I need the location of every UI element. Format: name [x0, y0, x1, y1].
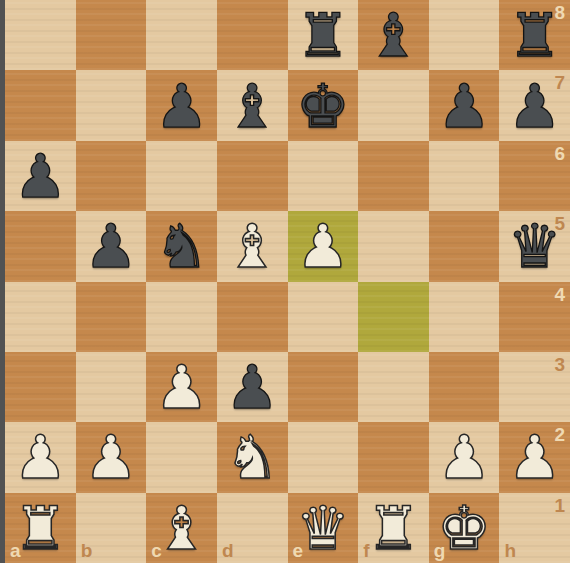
square-g1[interactable]: g♚ — [429, 493, 500, 563]
square-h2[interactable]: 2♟ — [499, 422, 570, 492]
file-label-h: h — [504, 541, 516, 560]
square-d6[interactable] — [217, 141, 288, 211]
rank-label-3: 3 — [554, 355, 565, 374]
rank-label-4: 4 — [554, 285, 565, 304]
square-e7[interactable]: ♚ — [288, 70, 359, 140]
piece-white-king-g1[interactable]: ♚ — [437, 498, 491, 558]
square-c8[interactable] — [146, 0, 217, 70]
square-f7[interactable] — [358, 70, 429, 140]
square-h4[interactable]: 4 — [499, 282, 570, 352]
square-b4[interactable] — [76, 282, 147, 352]
square-c2[interactable] — [146, 422, 217, 492]
square-d7[interactable]: ♝ — [217, 70, 288, 140]
square-b8[interactable] — [76, 0, 147, 70]
square-b3[interactable] — [76, 352, 147, 422]
piece-white-pawn-c3[interactable]: ♟ — [155, 357, 209, 417]
square-g8[interactable] — [429, 0, 500, 70]
piece-black-king-e7[interactable]: ♚ — [296, 76, 350, 136]
file-label-d: d — [222, 541, 234, 560]
square-f6[interactable] — [358, 141, 429, 211]
square-e2[interactable] — [288, 422, 359, 492]
square-f1[interactable]: f♜ — [358, 493, 429, 563]
square-a8[interactable] — [5, 0, 76, 70]
piece-white-rook-a1[interactable]: ♜ — [13, 498, 67, 558]
piece-black-pawn-h7[interactable]: ♟ — [508, 76, 562, 136]
square-b2[interactable]: ♟ — [76, 422, 147, 492]
square-d1[interactable]: d — [217, 493, 288, 563]
square-c7[interactable]: ♟ — [146, 70, 217, 140]
square-e4[interactable] — [288, 282, 359, 352]
square-g3[interactable] — [429, 352, 500, 422]
rank-label-1: 1 — [554, 496, 565, 515]
square-b5[interactable]: ♟ — [76, 211, 147, 281]
piece-black-pawn-g7[interactable]: ♟ — [437, 76, 491, 136]
square-c3[interactable]: ♟ — [146, 352, 217, 422]
square-a6[interactable]: ♟ — [5, 141, 76, 211]
piece-black-pawn-a6[interactable]: ♟ — [13, 146, 67, 206]
square-h3[interactable]: 3 — [499, 352, 570, 422]
square-g4[interactable] — [429, 282, 500, 352]
square-g7[interactable]: ♟ — [429, 70, 500, 140]
square-d2[interactable]: ♞ — [217, 422, 288, 492]
square-h8[interactable]: 8♜ — [499, 0, 570, 70]
square-d3[interactable]: ♟ — [217, 352, 288, 422]
square-f4[interactable] — [358, 282, 429, 352]
piece-black-rook-e8[interactable]: ♜ — [296, 5, 350, 65]
square-f3[interactable] — [358, 352, 429, 422]
square-a3[interactable] — [5, 352, 76, 422]
page: ♜♝8♜♟♝♚♟7♟♟6♟♞♝♟5♛4♟♟3♟♟♞♟2♟a♜bc♝de♛f♜g♚… — [0, 0, 570, 563]
square-a2[interactable]: ♟ — [5, 422, 76, 492]
piece-white-pawn-g2[interactable]: ♟ — [437, 427, 491, 487]
square-c1[interactable]: c♝ — [146, 493, 217, 563]
square-e8[interactable]: ♜ — [288, 0, 359, 70]
piece-black-bishop-f8[interactable]: ♝ — [367, 5, 421, 65]
piece-white-pawn-e5[interactable]: ♟ — [296, 216, 350, 276]
square-d4[interactable] — [217, 282, 288, 352]
square-g5[interactable] — [429, 211, 500, 281]
square-e5[interactable]: ♟ — [288, 211, 359, 281]
piece-white-pawn-b2[interactable]: ♟ — [84, 427, 138, 487]
square-a1[interactable]: a♜ — [5, 493, 76, 563]
piece-white-pawn-a2[interactable]: ♟ — [13, 427, 67, 487]
piece-white-queen-e1[interactable]: ♛ — [296, 498, 350, 558]
square-d8[interactable] — [217, 0, 288, 70]
chess-board[interactable]: ♜♝8♜♟♝♚♟7♟♟6♟♞♝♟5♛4♟♟3♟♟♞♟2♟a♜bc♝de♛f♜g♚… — [5, 0, 570, 563]
piece-black-queen-h5[interactable]: ♛ — [508, 216, 562, 276]
rank-label-6: 6 — [554, 144, 565, 163]
square-e1[interactable]: e♛ — [288, 493, 359, 563]
square-f8[interactable]: ♝ — [358, 0, 429, 70]
square-c6[interactable] — [146, 141, 217, 211]
piece-white-pawn-h2[interactable]: ♟ — [508, 427, 562, 487]
square-g2[interactable]: ♟ — [429, 422, 500, 492]
piece-black-pawn-c7[interactable]: ♟ — [155, 76, 209, 136]
piece-black-pawn-d3[interactable]: ♟ — [225, 357, 279, 417]
square-d5[interactable]: ♝ — [217, 211, 288, 281]
square-b7[interactable] — [76, 70, 147, 140]
piece-black-rook-h8[interactable]: ♜ — [508, 5, 562, 65]
square-g6[interactable] — [429, 141, 500, 211]
square-e6[interactable] — [288, 141, 359, 211]
square-a7[interactable] — [5, 70, 76, 140]
square-h5[interactable]: 5♛ — [499, 211, 570, 281]
piece-white-bishop-d5[interactable]: ♝ — [225, 216, 279, 276]
square-f5[interactable] — [358, 211, 429, 281]
square-b1[interactable]: b — [76, 493, 147, 563]
piece-white-knight-d2[interactable]: ♞ — [225, 427, 279, 487]
square-c4[interactable] — [146, 282, 217, 352]
square-f2[interactable] — [358, 422, 429, 492]
square-h6[interactable]: 6 — [499, 141, 570, 211]
piece-black-pawn-b5[interactable]: ♟ — [84, 216, 138, 276]
file-label-b: b — [81, 541, 93, 560]
piece-black-knight-c5[interactable]: ♞ — [155, 216, 209, 276]
square-e3[interactable] — [288, 352, 359, 422]
square-h1[interactable]: 1h — [499, 493, 570, 563]
piece-white-rook-f1[interactable]: ♜ — [367, 498, 421, 558]
square-h7[interactable]: 7♟ — [499, 70, 570, 140]
piece-white-bishop-c1[interactable]: ♝ — [155, 498, 209, 558]
square-a4[interactable] — [5, 282, 76, 352]
square-b6[interactable] — [76, 141, 147, 211]
square-c5[interactable]: ♞ — [146, 211, 217, 281]
piece-black-bishop-d7[interactable]: ♝ — [225, 76, 279, 136]
square-a5[interactable] — [5, 211, 76, 281]
